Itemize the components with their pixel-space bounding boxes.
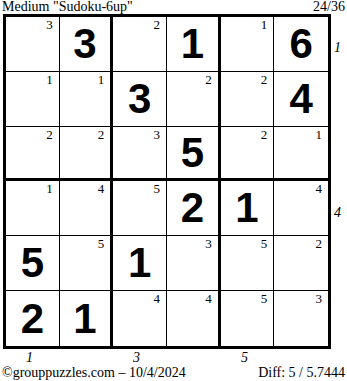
- pencil-mark: 5: [98, 237, 105, 251]
- row-label-4: 4: [334, 206, 341, 220]
- cell-r5c3[interactable]: 1: [113, 236, 167, 291]
- given-digit: 2: [181, 187, 204, 229]
- cell-r6c2[interactable]: 1: [60, 291, 114, 346]
- given-digit: 2: [21, 298, 44, 340]
- given-digit: 1: [128, 242, 151, 284]
- column-label-5: 5: [241, 351, 248, 365]
- cell-r1c4[interactable]: 1: [167, 17, 221, 72]
- pencil-mark: 2: [316, 237, 323, 251]
- cell-r2c1[interactable]: 1: [6, 72, 60, 127]
- pencil-mark: 1: [46, 182, 53, 196]
- cell-r3c3[interactable]: 3: [113, 127, 167, 182]
- copyright-text: ©grouppuzzles.com – 10/4/2024: [2, 365, 186, 380]
- cell-r6c4[interactable]: 4: [167, 291, 221, 346]
- cell-r6c5[interactable]: 5: [221, 291, 275, 346]
- pencil-mark: 3: [205, 237, 212, 251]
- cell-r2c4[interactable]: 2: [167, 72, 221, 127]
- pencil-mark: 2: [205, 73, 212, 87]
- given-digit: 6: [289, 23, 312, 65]
- cell-r2c6[interactable]: 4: [274, 72, 328, 127]
- cell-r5c4[interactable]: 3: [167, 236, 221, 291]
- puzzle-counter: 24/36: [313, 0, 345, 14]
- difficulty-text: Diff: 5 / 5.7444: [258, 365, 345, 380]
- cell-r4c2[interactable]: 4: [60, 181, 114, 236]
- cell-r6c6[interactable]: 3: [274, 291, 328, 346]
- cell-r3c2[interactable]: 2: [60, 127, 114, 182]
- pencil-mark: 4: [98, 182, 105, 196]
- cell-r3c5[interactable]: 2: [221, 127, 275, 182]
- cell-r3c1[interactable]: 2: [6, 127, 60, 182]
- cell-r2c5[interactable]: 2: [221, 72, 275, 127]
- pencil-mark: 3: [316, 292, 323, 306]
- pencil-mark: 2: [261, 73, 268, 87]
- cell-r1c5[interactable]: 1: [221, 17, 275, 72]
- pencil-mark: 1: [261, 18, 268, 32]
- cell-r1c1[interactable]: 3: [6, 17, 60, 72]
- column-label-3: 3: [133, 351, 140, 365]
- given-digit: 1: [181, 23, 204, 65]
- given-digit: 5: [21, 242, 44, 284]
- pencil-mark: 2: [98, 128, 105, 142]
- cell-r2c3[interactable]: 3: [113, 72, 167, 127]
- cell-r1c3[interactable]: 2: [113, 17, 167, 72]
- cell-r1c2[interactable]: 3: [60, 17, 114, 72]
- pencil-mark: 4: [316, 182, 323, 196]
- pencil-mark: 5: [261, 292, 268, 306]
- given-digit: 3: [73, 23, 96, 65]
- pencil-mark: 4: [154, 292, 161, 306]
- row-label-1: 1: [334, 41, 341, 55]
- given-digit: 1: [73, 298, 96, 340]
- cell-r3c6[interactable]: 1: [274, 127, 328, 182]
- cell-r6c3[interactable]: 4: [113, 291, 167, 346]
- pencil-mark: 2: [46, 128, 53, 142]
- pencil-mark: 4: [205, 292, 212, 306]
- pencil-mark: 3: [154, 128, 161, 142]
- pencil-mark: 2: [154, 18, 161, 32]
- cell-r4c6[interactable]: 4: [274, 181, 328, 236]
- pencil-mark: 1: [98, 73, 105, 87]
- cell-r5c6[interactable]: 2: [274, 236, 328, 291]
- cell-r5c5[interactable]: 5: [221, 236, 275, 291]
- cell-r5c2[interactable]: 5: [60, 236, 114, 291]
- sudoku-board: 332116113224223521145214551352214453: [3, 14, 331, 349]
- given-digit: 5: [181, 132, 204, 174]
- pencil-mark: 5: [154, 182, 161, 196]
- cell-r4c1[interactable]: 1: [6, 181, 60, 236]
- given-digit: 1: [235, 187, 258, 229]
- cell-r4c4[interactable]: 2: [167, 181, 221, 236]
- cell-r4c3[interactable]: 5: [113, 181, 167, 236]
- column-label-1: 1: [26, 351, 33, 365]
- cell-r1c6[interactable]: 6: [274, 17, 328, 72]
- pencil-mark: 2: [261, 128, 268, 142]
- puzzle-title: Medium "Sudoku-6up": [2, 0, 133, 14]
- cell-r2c2[interactable]: 1: [60, 72, 114, 127]
- cell-r6c1[interactable]: 2: [6, 291, 60, 346]
- pencil-mark: 1: [316, 128, 323, 142]
- pencil-mark: 1: [46, 73, 53, 87]
- cell-r4c5[interactable]: 1: [221, 181, 275, 236]
- cell-r5c1[interactable]: 5: [6, 236, 60, 291]
- pencil-mark: 3: [46, 18, 53, 32]
- pencil-mark: 5: [261, 237, 268, 251]
- given-digit: 3: [128, 78, 151, 120]
- cell-r3c4[interactable]: 5: [167, 127, 221, 182]
- given-digit: 4: [289, 78, 312, 120]
